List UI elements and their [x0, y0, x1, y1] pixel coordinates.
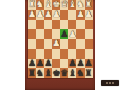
piece-black-pawn[interactable]: ♟: [44, 58, 52, 67]
piece-white-pawn[interactable]: ♟: [44, 10, 52, 19]
square-e5[interactable]: ♟: [52, 39, 60, 49]
square-b8[interactable]: ♞: [76, 68, 84, 78]
square-g4[interactable]: [36, 29, 44, 39]
letterbox-right: [95, 0, 120, 90]
square-a5[interactable]: [85, 39, 93, 49]
square-b5[interactable]: [76, 39, 84, 49]
square-e6[interactable]: [52, 49, 60, 59]
screenshot-canvas: ♜♞♝♚♛♝♞♜♟♟♟♟♟♟♟♟♟♟♟♟♟♟♟♜♞♝♚♛♝♞♜: [0, 0, 120, 90]
square-f4[interactable]: [44, 29, 52, 39]
piece-black-bishop[interactable]: ♝: [44, 68, 52, 77]
piece-white-pawn[interactable]: ♟: [36, 10, 44, 19]
piece-black-pawn[interactable]: ♟: [60, 29, 68, 38]
square-h2[interactable]: ♟: [28, 10, 36, 20]
square-b2[interactable]: ♟: [76, 10, 84, 20]
piece-white-pawn[interactable]: ♟: [76, 10, 84, 19]
square-a4[interactable]: [85, 29, 93, 39]
piece-black-queen[interactable]: ♛: [60, 68, 68, 77]
square-g3[interactable]: [36, 20, 44, 30]
piece-black-pawn[interactable]: ♟: [85, 58, 93, 67]
piece-black-pawn[interactable]: ♟: [68, 58, 76, 67]
piece-white-pawn[interactable]: ♟: [52, 10, 60, 19]
piece-black-rook[interactable]: ♜: [85, 68, 93, 77]
piece-white-bishop[interactable]: ♝: [68, 0, 76, 9]
square-c1[interactable]: ♝: [68, 0, 76, 10]
piece-white-knight[interactable]: ♞: [36, 0, 44, 9]
piece-black-pawn[interactable]: ♟: [28, 58, 36, 67]
piece-black-bishop[interactable]: ♝: [68, 68, 76, 77]
chessboard[interactable]: ♜♞♝♚♛♝♞♜♟♟♟♟♟♟♟♟♟♟♟♟♟♟♟♜♞♝♚♛♝♞♜: [28, 0, 92, 78]
letterbox-left: [0, 0, 25, 90]
square-b3[interactable]: [76, 20, 84, 30]
square-d1[interactable]: ♛: [60, 0, 68, 10]
square-g5[interactable]: [36, 39, 44, 49]
square-h8[interactable]: ♜: [28, 68, 36, 78]
square-f2[interactable]: ♟: [44, 10, 52, 20]
piece-white-pawn[interactable]: ♟: [68, 29, 76, 38]
piece-white-pawn[interactable]: ♟: [52, 39, 60, 48]
watermark-glyph: [109, 82, 111, 84]
square-e8[interactable]: ♚: [52, 68, 60, 78]
piece-black-knight[interactable]: ♞: [36, 68, 44, 77]
piece-white-queen[interactable]: ♛: [60, 0, 68, 9]
piece-black-pawn[interactable]: ♟: [76, 58, 84, 67]
square-d8[interactable]: ♛: [60, 68, 68, 78]
square-h4[interactable]: [28, 29, 36, 39]
square-a3[interactable]: [85, 20, 93, 30]
square-f3[interactable]: [44, 20, 52, 30]
square-h5[interactable]: [28, 39, 36, 49]
piece-white-bishop[interactable]: ♝: [44, 0, 52, 9]
square-f8[interactable]: ♝: [44, 68, 52, 78]
square-c2[interactable]: [68, 10, 76, 20]
square-a8[interactable]: ♜: [85, 68, 93, 78]
piece-white-rook[interactable]: ♜: [85, 0, 93, 9]
piece-white-knight[interactable]: ♞: [76, 0, 84, 9]
square-c8[interactable]: ♝: [68, 68, 76, 78]
square-g8[interactable]: ♞: [36, 68, 44, 78]
watermark-glyph: [112, 82, 114, 84]
square-g2[interactable]: ♟: [36, 10, 44, 20]
square-b4[interactable]: [76, 29, 84, 39]
square-f5[interactable]: [44, 39, 52, 49]
piece-black-knight[interactable]: ♞: [76, 68, 84, 77]
square-d6[interactable]: [60, 49, 68, 59]
square-d5[interactable]: [60, 39, 68, 49]
square-d2[interactable]: [60, 10, 68, 20]
square-c5[interactable]: [68, 39, 76, 49]
piece-white-king[interactable]: ♚: [52, 0, 60, 9]
piece-black-rook[interactable]: ♜: [28, 68, 36, 77]
square-d4[interactable]: ♟: [60, 29, 68, 39]
piece-white-pawn[interactable]: ♟: [28, 10, 36, 19]
piece-black-pawn[interactable]: ♟: [36, 58, 44, 67]
square-c4[interactable]: ♟: [68, 29, 76, 39]
watermark-glyph: [106, 82, 108, 84]
square-a2[interactable]: ♟: [85, 10, 93, 20]
watermark-badge: [101, 80, 119, 86]
piece-white-pawn[interactable]: ♟: [85, 10, 93, 19]
square-e2[interactable]: ♟: [52, 10, 60, 20]
piece-black-king[interactable]: ♚: [52, 68, 60, 77]
square-h3[interactable]: [28, 20, 36, 30]
piece-white-rook[interactable]: ♜: [28, 0, 36, 9]
square-e3[interactable]: [52, 20, 60, 30]
